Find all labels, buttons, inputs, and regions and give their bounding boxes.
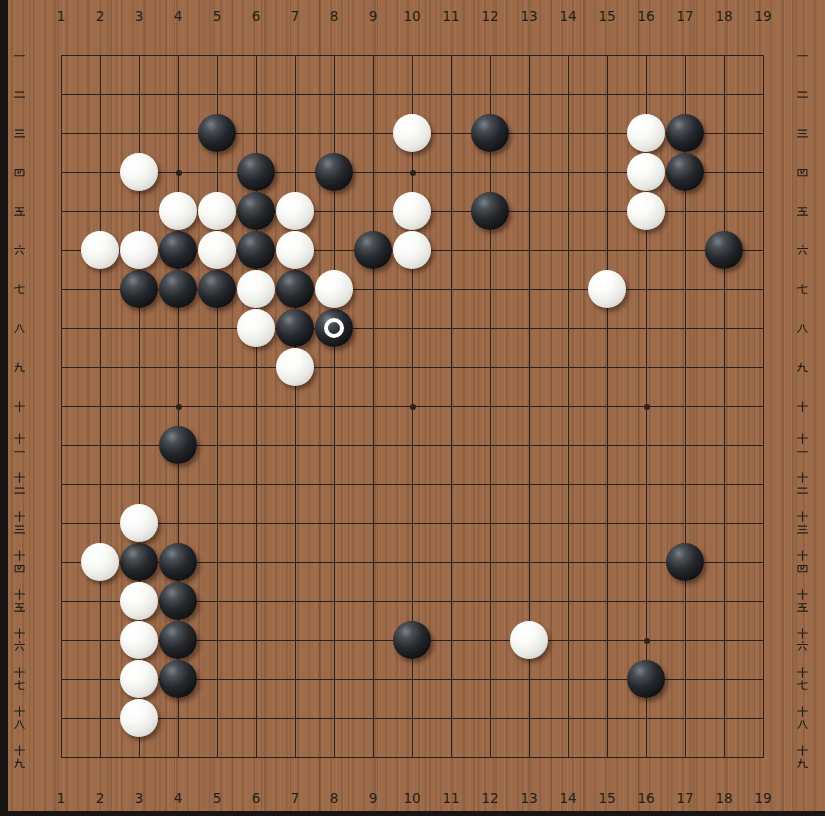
last-move-marker [324,318,344,338]
white-stone [159,192,197,230]
left-row-label [7,205,33,218]
black-stone [159,543,197,581]
left-row-label [7,432,33,458]
black-stone [159,426,197,464]
white-stone [198,192,236,230]
white-stone [627,153,665,191]
right-row-label [789,471,815,497]
white-stone [120,504,158,542]
left-row-label [7,127,33,140]
left-row-label [7,627,33,653]
black-stone [159,621,197,659]
bottom-column-label: 5 [202,790,232,806]
white-stone [276,231,314,269]
black-stone [159,270,197,308]
bottom-column-label: 12 [475,790,505,806]
bottom-column-label: 15 [592,790,622,806]
right-row-label [789,744,815,770]
black-stone [198,114,236,152]
bottom-column-label: 6 [241,790,271,806]
white-stone [237,309,275,347]
black-stone [354,231,392,269]
right-row-label [789,88,815,101]
white-stone [120,621,158,659]
white-stone [276,348,314,386]
bottom-column-label: 16 [631,790,661,806]
black-stone [120,543,158,581]
white-stone [276,192,314,230]
bottom-column-label: 19 [748,790,778,806]
black-stone [315,309,353,347]
bottom-column-label: 10 [397,790,427,806]
bottom-column-label: 11 [436,790,466,806]
black-stone [159,231,197,269]
black-stone [198,270,236,308]
bottom-column-label: 3 [124,790,154,806]
bottom-column-label: 2 [85,790,115,806]
black-stone [315,153,353,191]
top-column-label: 5 [202,8,232,24]
right-row-label [789,127,815,140]
top-column-label: 15 [592,8,622,24]
top-column-label: 3 [124,8,154,24]
black-stone [627,660,665,698]
right-row-label [789,549,815,575]
right-row-label [789,322,815,335]
white-stone [81,543,119,581]
white-stone [198,231,236,269]
white-stone [510,621,548,659]
white-stone [120,231,158,269]
left-row-label [7,88,33,101]
right-row-label [789,510,815,536]
right-row-label [789,400,815,413]
black-stone [393,621,431,659]
left-row-label [7,166,33,179]
black-stone [159,660,197,698]
left-row-label [7,49,33,62]
white-stone [120,699,158,737]
left-row-label [7,283,33,296]
right-row-label [789,588,815,614]
black-stone [471,114,509,152]
black-stone [666,153,704,191]
top-column-label: 17 [670,8,700,24]
white-stone [588,270,626,308]
left-row-label [7,244,33,257]
bottom-column-label: 9 [358,790,388,806]
left-row-label [7,361,33,374]
left-row-label [7,400,33,413]
white-stone [393,114,431,152]
top-column-label: 12 [475,8,505,24]
black-stone [120,270,158,308]
top-column-label: 13 [514,8,544,24]
right-row-label [789,705,815,731]
top-column-label: 10 [397,8,427,24]
white-stone [627,192,665,230]
bottom-column-label: 1 [46,790,76,806]
white-stone [393,231,431,269]
top-column-label: 6 [241,8,271,24]
black-stone [276,270,314,308]
bottom-edge-strip [0,811,825,816]
top-column-label: 9 [358,8,388,24]
bottom-column-label: 14 [553,790,583,806]
top-column-label: 18 [709,8,739,24]
top-column-label: 4 [163,8,193,24]
white-stone [81,231,119,269]
white-stone [393,192,431,230]
right-row-label [789,244,815,257]
left-row-label [7,744,33,770]
left-row-label [7,588,33,614]
black-stone [471,192,509,230]
right-row-label [789,432,815,458]
stones-layer [42,36,783,777]
black-stone [237,231,275,269]
top-column-label: 11 [436,8,466,24]
black-stone [237,192,275,230]
left-row-label [7,549,33,575]
right-row-label [789,666,815,692]
bottom-column-label: 13 [514,790,544,806]
top-column-label: 14 [553,8,583,24]
go-board-screenshot: 1122334455667788991010111112121313141415… [0,0,825,816]
left-row-label [7,666,33,692]
right-row-label [789,49,815,62]
left-row-label [7,322,33,335]
black-stone [237,153,275,191]
right-row-label [789,361,815,374]
top-column-label: 2 [85,8,115,24]
right-row-label [789,166,815,179]
bottom-column-label: 8 [319,790,349,806]
bottom-column-label: 18 [709,790,739,806]
bottom-column-label: 17 [670,790,700,806]
top-column-label: 7 [280,8,310,24]
black-stone [276,309,314,347]
right-row-label [789,205,815,218]
top-column-label: 19 [748,8,778,24]
white-stone [120,660,158,698]
black-stone [666,114,704,152]
left-row-label [7,471,33,497]
left-row-label [7,510,33,536]
white-stone [315,270,353,308]
right-row-label [789,627,815,653]
left-row-label [7,705,33,731]
top-column-label: 16 [631,8,661,24]
right-row-label [789,283,815,296]
black-stone [666,543,704,581]
bottom-column-label: 4 [163,790,193,806]
white-stone [627,114,665,152]
bottom-column-label: 7 [280,790,310,806]
white-stone [120,153,158,191]
black-stone [159,582,197,620]
white-stone [120,582,158,620]
top-column-label: 1 [46,8,76,24]
top-column-label: 8 [319,8,349,24]
black-stone [705,231,743,269]
white-stone [237,270,275,308]
